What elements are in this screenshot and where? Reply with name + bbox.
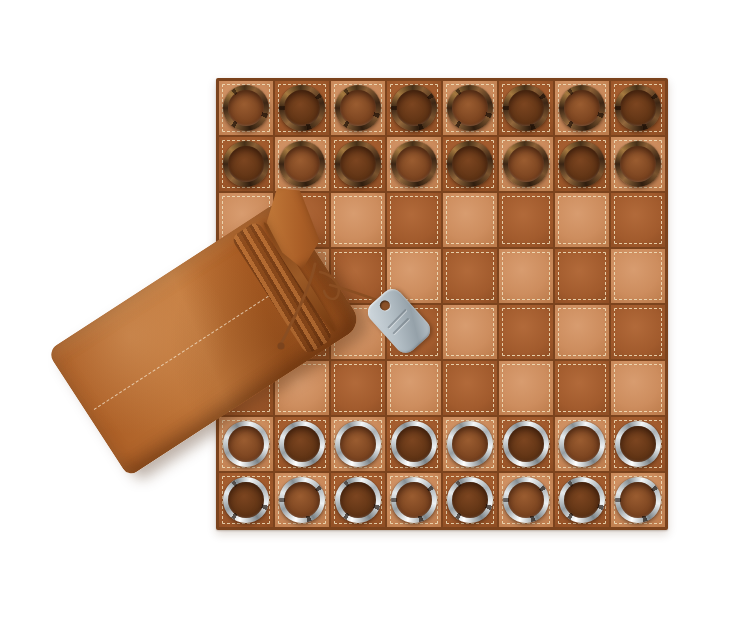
chrome-ring-piece[interactable] xyxy=(559,421,605,467)
ring-hole xyxy=(508,146,544,182)
chrome-ring-piece[interactable] xyxy=(447,421,493,467)
square-b8[interactable] xyxy=(275,81,329,135)
square-stitching xyxy=(614,252,662,300)
square-g2[interactable] xyxy=(555,417,609,471)
square-stitching xyxy=(390,364,438,412)
square-e4[interactable] xyxy=(443,305,497,359)
square-stitching xyxy=(334,196,382,244)
square-stitching xyxy=(614,196,662,244)
ring-hole xyxy=(620,90,656,126)
chrome-ring-piece[interactable] xyxy=(391,421,437,467)
square-stitching xyxy=(390,196,438,244)
square-stitching xyxy=(614,308,662,356)
ring-hole xyxy=(396,90,432,126)
tag-hole xyxy=(378,298,392,312)
square-c7[interactable] xyxy=(331,137,385,191)
square-stitching xyxy=(502,364,550,412)
ring-hole xyxy=(564,426,600,462)
square-f2[interactable] xyxy=(499,417,553,471)
dark-bronze-ring-piece[interactable] xyxy=(335,141,381,187)
ring-hole xyxy=(508,90,544,126)
square-h3[interactable] xyxy=(611,361,665,415)
square-g4[interactable] xyxy=(555,305,609,359)
dark-bronze-ring-piece[interactable] xyxy=(503,85,549,131)
square-c2[interactable] xyxy=(331,417,385,471)
chrome-ring-piece[interactable] xyxy=(335,477,381,523)
scene xyxy=(0,0,750,628)
ring-hole xyxy=(508,426,544,462)
pouch-stitch-seam xyxy=(94,296,269,410)
square-e1[interactable] xyxy=(443,473,497,527)
square-g6[interactable] xyxy=(555,193,609,247)
square-d3[interactable] xyxy=(387,361,441,415)
dark-bronze-ring-piece[interactable] xyxy=(559,85,605,131)
square-e7[interactable] xyxy=(443,137,497,191)
square-g5[interactable] xyxy=(555,249,609,303)
ring-hole xyxy=(284,482,320,518)
square-c1[interactable] xyxy=(331,473,385,527)
square-f7[interactable] xyxy=(499,137,553,191)
ring-hole xyxy=(228,146,264,182)
square-d2[interactable] xyxy=(387,417,441,471)
ring-hole xyxy=(340,146,376,182)
ring-hole xyxy=(396,426,432,462)
square-stitching xyxy=(558,196,606,244)
chrome-ring-piece[interactable] xyxy=(391,477,437,523)
square-stitching xyxy=(502,308,550,356)
square-h8[interactable] xyxy=(611,81,665,135)
square-h1[interactable] xyxy=(611,473,665,527)
square-stitching xyxy=(558,252,606,300)
square-e8[interactable] xyxy=(443,81,497,135)
ring-hole xyxy=(284,146,320,182)
chrome-ring-piece[interactable] xyxy=(279,477,325,523)
ring-hole xyxy=(452,146,488,182)
dark-bronze-ring-piece[interactable] xyxy=(279,85,325,131)
square-h2[interactable] xyxy=(611,417,665,471)
square-stitching xyxy=(558,364,606,412)
square-e6[interactable] xyxy=(443,193,497,247)
ring-hole xyxy=(452,482,488,518)
dark-bronze-ring-piece[interactable] xyxy=(279,141,325,187)
chrome-ring-piece[interactable] xyxy=(503,477,549,523)
dark-bronze-ring-piece[interactable] xyxy=(223,141,269,187)
square-stitching xyxy=(334,364,382,412)
square-g8[interactable] xyxy=(555,81,609,135)
ring-hole xyxy=(340,482,376,518)
square-h7[interactable] xyxy=(611,137,665,191)
square-stitching xyxy=(558,308,606,356)
ring-hole xyxy=(620,146,656,182)
ring-hole xyxy=(228,426,264,462)
ring-hole xyxy=(396,146,432,182)
square-g3[interactable] xyxy=(555,361,609,415)
square-c3[interactable] xyxy=(331,361,385,415)
square-f1[interactable] xyxy=(499,473,553,527)
ring-hole xyxy=(340,90,376,126)
dark-bronze-ring-piece[interactable] xyxy=(391,85,437,131)
square-f6[interactable] xyxy=(499,193,553,247)
ring-hole xyxy=(564,90,600,126)
square-e3[interactable] xyxy=(443,361,497,415)
square-stitching xyxy=(446,364,494,412)
chrome-ring-piece[interactable] xyxy=(503,421,549,467)
square-e2[interactable] xyxy=(443,417,497,471)
ring-hole xyxy=(228,90,264,126)
square-h6[interactable] xyxy=(611,193,665,247)
ring-hole xyxy=(564,146,600,182)
dark-bronze-ring-piece[interactable] xyxy=(503,141,549,187)
ring-hole xyxy=(564,482,600,518)
square-f4[interactable] xyxy=(499,305,553,359)
dark-bronze-ring-piece[interactable] xyxy=(335,85,381,131)
ring-hole xyxy=(508,482,544,518)
chrome-ring-piece[interactable] xyxy=(279,421,325,467)
chrome-ring-piece[interactable] xyxy=(615,477,661,523)
chrome-ring-piece[interactable] xyxy=(559,477,605,523)
square-stitching xyxy=(446,252,494,300)
square-g1[interactable] xyxy=(555,473,609,527)
square-h4[interactable] xyxy=(611,305,665,359)
square-a1[interactable] xyxy=(219,473,273,527)
chrome-ring-piece[interactable] xyxy=(335,421,381,467)
square-g7[interactable] xyxy=(555,137,609,191)
chrome-ring-piece[interactable] xyxy=(223,477,269,523)
dark-bronze-ring-piece[interactable] xyxy=(391,141,437,187)
dark-bronze-ring-piece[interactable] xyxy=(615,141,661,187)
ring-hole xyxy=(340,426,376,462)
square-b7[interactable] xyxy=(275,137,329,191)
square-h5[interactable] xyxy=(611,249,665,303)
square-a2[interactable] xyxy=(219,417,273,471)
square-f3[interactable] xyxy=(499,361,553,415)
square-b2[interactable] xyxy=(275,417,329,471)
dark-bronze-ring-piece[interactable] xyxy=(223,85,269,131)
dark-bronze-ring-piece[interactable] xyxy=(559,141,605,187)
square-a7[interactable] xyxy=(219,137,273,191)
square-f5[interactable] xyxy=(499,249,553,303)
ring-hole xyxy=(284,90,320,126)
square-stitching xyxy=(502,196,550,244)
ring-hole xyxy=(396,482,432,518)
dark-bronze-ring-piece[interactable] xyxy=(447,85,493,131)
square-d8[interactable] xyxy=(387,81,441,135)
ring-hole xyxy=(284,426,320,462)
square-c6[interactable] xyxy=(331,193,385,247)
dark-bronze-ring-piece[interactable] xyxy=(447,141,493,187)
square-e5[interactable] xyxy=(443,249,497,303)
tag-engraving-line xyxy=(387,309,406,329)
ring-hole xyxy=(452,90,488,126)
square-stitching xyxy=(446,196,494,244)
square-d7[interactable] xyxy=(387,137,441,191)
square-stitching xyxy=(446,308,494,356)
square-stitching xyxy=(502,252,550,300)
chrome-ring-piece[interactable] xyxy=(447,477,493,523)
chrome-ring-piece[interactable] xyxy=(615,421,661,467)
square-a8[interactable] xyxy=(219,81,273,135)
ring-hole xyxy=(620,426,656,462)
square-c8[interactable] xyxy=(331,81,385,135)
ring-hole xyxy=(228,482,264,518)
ring-hole xyxy=(452,426,488,462)
square-d1[interactable] xyxy=(387,473,441,527)
square-d6[interactable] xyxy=(387,193,441,247)
chrome-ring-piece[interactable] xyxy=(223,421,269,467)
dark-bronze-ring-piece[interactable] xyxy=(615,85,661,131)
ring-hole xyxy=(620,482,656,518)
square-b1[interactable] xyxy=(275,473,329,527)
square-stitching xyxy=(614,364,662,412)
square-f8[interactable] xyxy=(499,81,553,135)
